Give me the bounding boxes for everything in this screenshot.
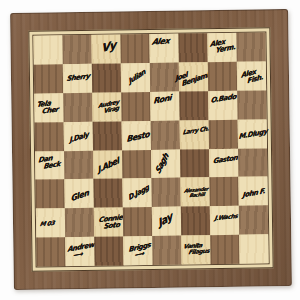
signature-c8: Vy — [101, 41, 115, 56]
square-d5: Besto — [122, 121, 151, 150]
square-b6 — [63, 93, 92, 122]
signature-h5: M.Dlugy — [238, 129, 267, 141]
square-g5 — [209, 119, 238, 148]
square-d6 — [121, 92, 150, 121]
square-g7 — [208, 62, 237, 91]
square-h1 — [239, 234, 268, 263]
square-e2: Jay — [152, 207, 181, 236]
square-h5: M.Dlugy — [238, 119, 267, 148]
signature-d7: Julian — [127, 69, 145, 86]
square-a2: M 03 — [36, 208, 65, 237]
square-a1 — [36, 237, 65, 266]
square-g1 — [210, 235, 239, 264]
square-g8: AlexYerm. — [207, 33, 236, 62]
chessboard-photo: VyAlexAlexYerm.SherryJulianJoelBenjaminA… — [0, 0, 300, 300]
square-f2 — [181, 206, 210, 235]
square-h2 — [239, 206, 268, 235]
square-e4: Sagh — [151, 149, 180, 178]
square-a4: DanBeck — [35, 151, 64, 180]
signature-c2: ConnieSoto — [97, 214, 123, 230]
square-b2 — [65, 208, 94, 237]
square-b5: J.Daly — [64, 121, 93, 150]
signature-b7: Sherry — [66, 74, 90, 84]
square-g3 — [209, 177, 238, 206]
signature-h7: AlexFish. — [241, 67, 263, 86]
square-c2: ConnieSoto — [94, 208, 123, 237]
signature-h3: John F. — [242, 188, 265, 199]
square-c7 — [92, 63, 121, 92]
square-e1 — [152, 236, 181, 265]
signature-b5: J.Daly — [69, 132, 88, 145]
square-f5: Larry Ch. — [180, 120, 209, 149]
signature-g2: J.Wachs — [214, 213, 238, 221]
signature-c6: AudreyVirag — [97, 99, 119, 115]
square-e7 — [150, 62, 179, 91]
signature-d1: Briggs⟶ — [128, 241, 150, 260]
square-a6: TelaCher — [34, 93, 63, 122]
board-grid: VyAlexAlexYerm.SherryJulianJoelBenjaminA… — [32, 31, 269, 267]
signature-g6: O.Bado — [210, 94, 236, 105]
square-h7: AlexFish. — [237, 61, 266, 90]
square-b1: Andrew⟶ — [65, 237, 94, 266]
square-a3 — [35, 180, 64, 209]
signature-g4: Gaston — [212, 155, 237, 166]
square-b4 — [64, 150, 93, 179]
square-d8 — [120, 34, 149, 63]
square-h4 — [238, 148, 267, 177]
signature-d5: Besto — [126, 131, 149, 144]
signature-b3: Glen — [70, 189, 88, 203]
square-a5 — [35, 122, 64, 151]
square-b7: Sherry — [63, 64, 92, 93]
signature-a2: M 03 — [39, 220, 54, 227]
square-c5 — [93, 121, 122, 150]
square-e8: Alex — [149, 34, 178, 63]
square-c6: AudreyVirag — [92, 92, 121, 121]
signature-e2: Jay — [157, 211, 173, 228]
square-d7: Julian — [121, 63, 150, 92]
square-f8 — [178, 33, 207, 62]
signature-f5: Larry Ch. — [182, 126, 208, 136]
square-b8 — [62, 35, 91, 64]
square-b3: Glen — [64, 179, 93, 208]
square-h3: John F. — [238, 177, 267, 206]
signature-f7: JoelBenjamin — [175, 64, 213, 90]
signature-f3: AlexanderBachili — [182, 186, 208, 198]
square-d4 — [122, 150, 151, 179]
signature-e6: Roni — [153, 94, 171, 105]
signature-b1: Andrew⟶ — [66, 241, 93, 260]
board-border-strip: VyAlexAlexYerm.SherryJulianJoelBenjaminA… — [28, 27, 273, 271]
signature-c4: J.Abel — [96, 157, 118, 174]
square-c3 — [93, 179, 122, 208]
square-d1: Briggs⟶ — [123, 236, 152, 265]
signature-d3: D.Jagg — [127, 184, 149, 202]
square-a8 — [33, 35, 62, 64]
square-e3 — [151, 178, 180, 207]
square-f6 — [179, 91, 208, 120]
board-frame: VyAlexAlexYerm.SherryJulianJoelBenjaminA… — [10, 9, 292, 290]
square-c8: Vy — [91, 34, 120, 63]
square-f1: VanitaFilagus — [181, 235, 210, 264]
square-e5 — [151, 120, 180, 149]
square-h8 — [236, 32, 265, 61]
square-d2 — [123, 207, 152, 236]
square-h6 — [237, 90, 266, 119]
signature-a6: TelaCher — [35, 100, 59, 116]
square-e6: Roni — [150, 91, 179, 120]
square-f4 — [180, 149, 209, 178]
signature-f1: VanitaFilagus — [181, 241, 210, 254]
square-g4: Gaston — [209, 148, 238, 177]
square-g2: J.Wachs — [210, 206, 239, 235]
square-f7: JoelBenjamin — [179, 62, 208, 91]
signature-e8: Alex — [151, 38, 170, 47]
square-a7 — [34, 64, 63, 93]
signature-a4: DanBeck — [37, 154, 61, 171]
square-g6: O.Bado — [208, 91, 237, 120]
signature-g8: AlexYerm. — [209, 37, 235, 56]
square-f3: AlexanderBachili — [180, 178, 209, 207]
square-c1 — [94, 237, 123, 266]
square-c4: J.Abel — [93, 150, 122, 179]
signature-e4: Sagh — [154, 152, 169, 175]
square-d3: D.Jagg — [122, 178, 151, 207]
